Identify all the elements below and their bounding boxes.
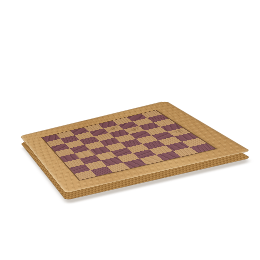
photo-canvas <box>0 0 260 260</box>
